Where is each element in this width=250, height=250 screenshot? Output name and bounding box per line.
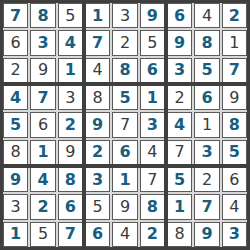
cell-r4c6[interactable]: 1 bbox=[140, 85, 165, 110]
cell-r4c8[interactable]: 6 bbox=[194, 85, 219, 110]
cell-r6c4[interactable]: 2 bbox=[85, 140, 110, 165]
cell-r9c8[interactable]: 9 bbox=[194, 222, 219, 247]
cell-r8c8[interactable]: 7 bbox=[194, 194, 219, 219]
cell-r1c4[interactable]: 1 bbox=[85, 3, 110, 28]
cell-r5c6[interactable]: 3 bbox=[140, 112, 165, 137]
cell-r4c2[interactable]: 7 bbox=[30, 85, 55, 110]
cell-r6c9[interactable]: 5 bbox=[222, 140, 247, 165]
cell-r7c4[interactable]: 3 bbox=[85, 167, 110, 192]
cell-r3c1[interactable]: 2 bbox=[3, 58, 28, 83]
cell-r3c6[interactable]: 6 bbox=[140, 58, 165, 83]
cell-r6c8[interactable]: 3 bbox=[194, 140, 219, 165]
cell-r9c3[interactable]: 7 bbox=[58, 222, 83, 247]
cell-r7c9[interactable]: 6 bbox=[222, 167, 247, 192]
cell-r3c3[interactable]: 1 bbox=[58, 58, 83, 83]
cell-r1c2[interactable]: 8 bbox=[30, 3, 55, 28]
cell-r8c2[interactable]: 2 bbox=[30, 194, 55, 219]
cell-r4c3[interactable]: 3 bbox=[58, 85, 83, 110]
cell-r9c2[interactable]: 5 bbox=[30, 222, 55, 247]
cell-r8c6[interactable]: 8 bbox=[140, 194, 165, 219]
cell-r7c2[interactable]: 4 bbox=[30, 167, 55, 192]
cell-r1c3[interactable]: 5 bbox=[58, 3, 83, 28]
cell-r7c7[interactable]: 5 bbox=[167, 167, 192, 192]
cell-r6c7[interactable]: 7 bbox=[167, 140, 192, 165]
cell-r3c4[interactable]: 4 bbox=[85, 58, 110, 83]
cell-r8c4[interactable]: 5 bbox=[85, 194, 110, 219]
cell-r5c9[interactable]: 8 bbox=[222, 112, 247, 137]
cell-r4c5[interactable]: 5 bbox=[112, 85, 137, 110]
cell-r5c1[interactable]: 5 bbox=[3, 112, 28, 137]
cell-r2c6[interactable]: 5 bbox=[140, 30, 165, 55]
cell-r8c7[interactable]: 1 bbox=[167, 194, 192, 219]
cell-r6c3[interactable]: 9 bbox=[58, 140, 83, 165]
cell-r9c7[interactable]: 8 bbox=[167, 222, 192, 247]
cell-r9c4[interactable]: 6 bbox=[85, 222, 110, 247]
cell-r1c5[interactable]: 3 bbox=[112, 3, 137, 28]
cell-r7c3[interactable]: 8 bbox=[58, 167, 83, 192]
cell-r6c2[interactable]: 1 bbox=[30, 140, 55, 165]
cell-r2c5[interactable]: 2 bbox=[112, 30, 137, 55]
cell-r7c1[interactable]: 9 bbox=[3, 167, 28, 192]
cell-r2c7[interactable]: 9 bbox=[167, 30, 192, 55]
cell-r2c9[interactable]: 1 bbox=[222, 30, 247, 55]
cell-r1c1[interactable]: 7 bbox=[3, 3, 28, 28]
cell-r2c8[interactable]: 8 bbox=[194, 30, 219, 55]
cell-r3c9[interactable]: 7 bbox=[222, 58, 247, 83]
cell-r1c6[interactable]: 9 bbox=[140, 3, 165, 28]
cell-r1c8[interactable]: 4 bbox=[194, 3, 219, 28]
cell-r2c1[interactable]: 6 bbox=[3, 30, 28, 55]
cell-r8c3[interactable]: 6 bbox=[58, 194, 83, 219]
cell-r5c4[interactable]: 9 bbox=[85, 112, 110, 137]
cell-r2c2[interactable]: 3 bbox=[30, 30, 55, 55]
cell-r3c7[interactable]: 3 bbox=[167, 58, 192, 83]
cell-r4c1[interactable]: 4 bbox=[3, 85, 28, 110]
cell-r5c3[interactable]: 2 bbox=[58, 112, 83, 137]
sudoku-board-frame: 7851396426347259812914863574738512695629… bbox=[0, 0, 250, 250]
cell-r8c5[interactable]: 9 bbox=[112, 194, 137, 219]
cell-r5c7[interactable]: 4 bbox=[167, 112, 192, 137]
cell-r6c5[interactable]: 6 bbox=[112, 140, 137, 165]
cell-r7c8[interactable]: 2 bbox=[194, 167, 219, 192]
cell-r6c1[interactable]: 8 bbox=[3, 140, 28, 165]
cell-r3c8[interactable]: 5 bbox=[194, 58, 219, 83]
cell-r1c9[interactable]: 2 bbox=[222, 3, 247, 28]
cell-r3c2[interactable]: 9 bbox=[30, 58, 55, 83]
cell-r4c4[interactable]: 8 bbox=[85, 85, 110, 110]
cell-r8c1[interactable]: 3 bbox=[3, 194, 28, 219]
sudoku-board: 7851396426347259812914863574738512695629… bbox=[3, 3, 247, 247]
cell-r5c5[interactable]: 7 bbox=[112, 112, 137, 137]
cell-r9c1[interactable]: 1 bbox=[3, 222, 28, 247]
cell-r4c9[interactable]: 9 bbox=[222, 85, 247, 110]
cell-r2c3[interactable]: 4 bbox=[58, 30, 83, 55]
cell-r4c7[interactable]: 2 bbox=[167, 85, 192, 110]
cell-r8c9[interactable]: 4 bbox=[222, 194, 247, 219]
cell-r2c4[interactable]: 7 bbox=[85, 30, 110, 55]
cell-r7c5[interactable]: 1 bbox=[112, 167, 137, 192]
cell-r9c6[interactable]: 2 bbox=[140, 222, 165, 247]
cell-r9c9[interactable]: 3 bbox=[222, 222, 247, 247]
cell-r3c5[interactable]: 8 bbox=[112, 58, 137, 83]
cell-r7c6[interactable]: 7 bbox=[140, 167, 165, 192]
cell-r5c8[interactable]: 1 bbox=[194, 112, 219, 137]
cell-r9c5[interactable]: 4 bbox=[112, 222, 137, 247]
cell-r5c2[interactable]: 6 bbox=[30, 112, 55, 137]
cell-r1c7[interactable]: 6 bbox=[167, 3, 192, 28]
cell-r6c6[interactable]: 4 bbox=[140, 140, 165, 165]
